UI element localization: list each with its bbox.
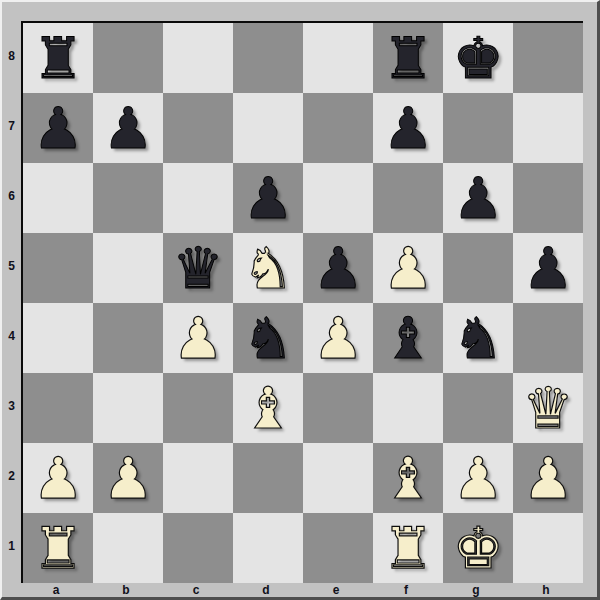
square-h1[interactable]	[513, 513, 583, 583]
piece-black-pawn-b7[interactable]: ♟	[93, 93, 163, 163]
square-c5[interactable]: ♛	[163, 233, 233, 303]
square-a7[interactable]: ♟	[23, 93, 93, 163]
file-label-c: c	[161, 582, 231, 598]
square-f4[interactable]: ♝	[373, 303, 443, 373]
square-e3[interactable]	[303, 373, 373, 443]
square-f7[interactable]: ♟	[373, 93, 443, 163]
piece-black-bishop-f4[interactable]: ♝	[373, 303, 443, 373]
square-f3[interactable]	[373, 373, 443, 443]
piece-black-pawn-g6[interactable]: ♟	[443, 163, 513, 233]
square-g1[interactable]: ♚	[443, 513, 513, 583]
square-d2[interactable]	[233, 443, 303, 513]
square-a3[interactable]	[23, 373, 93, 443]
piece-black-king-g8[interactable]: ♚	[443, 23, 513, 93]
square-c8[interactable]	[163, 23, 233, 93]
square-c4[interactable]: ♟	[163, 303, 233, 373]
square-c2[interactable]	[163, 443, 233, 513]
chess-board: ♜♜♚♟♟♟♟♟♛♞♟♟♟♟♞♟♝♞♝♛♟♟♝♟♟♜♜♚	[21, 21, 583, 583]
square-a1[interactable]: ♜	[23, 513, 93, 583]
piece-black-queen-c5[interactable]: ♛	[163, 233, 233, 303]
file-label-f: f	[371, 582, 441, 598]
square-b4[interactable]	[93, 303, 163, 373]
file-label-b: b	[91, 582, 161, 598]
square-h3[interactable]: ♛	[513, 373, 583, 443]
rank-label-1: 1	[3, 511, 20, 581]
square-f5[interactable]: ♟	[373, 233, 443, 303]
square-a4[interactable]	[23, 303, 93, 373]
piece-black-rook-a8[interactable]: ♜	[23, 23, 93, 93]
square-h6[interactable]	[513, 163, 583, 233]
square-d1[interactable]	[233, 513, 303, 583]
rank-label-3: 3	[3, 371, 20, 441]
square-g3[interactable]	[443, 373, 513, 443]
file-label-g: g	[441, 582, 511, 598]
piece-white-pawn-a2[interactable]: ♟	[23, 443, 93, 513]
square-e6[interactable]	[303, 163, 373, 233]
square-f8[interactable]: ♜	[373, 23, 443, 93]
square-d8[interactable]	[233, 23, 303, 93]
square-c7[interactable]	[163, 93, 233, 163]
rank-label-8: 8	[3, 21, 20, 91]
square-d5[interactable]: ♞	[233, 233, 303, 303]
square-f2[interactable]: ♝	[373, 443, 443, 513]
square-a2[interactable]: ♟	[23, 443, 93, 513]
square-d6[interactable]: ♟	[233, 163, 303, 233]
piece-white-bishop-f2[interactable]: ♝	[373, 443, 443, 513]
piece-white-pawn-h2[interactable]: ♟	[513, 443, 583, 513]
file-label-a: a	[21, 582, 91, 598]
square-b1[interactable]	[93, 513, 163, 583]
square-a8[interactable]: ♜	[23, 23, 93, 93]
square-e7[interactable]	[303, 93, 373, 163]
square-h2[interactable]: ♟	[513, 443, 583, 513]
square-g7[interactable]	[443, 93, 513, 163]
rank-label-5: 5	[3, 231, 20, 301]
file-label-d: d	[231, 582, 301, 598]
square-d4[interactable]: ♞	[233, 303, 303, 373]
piece-black-knight-g4[interactable]: ♞	[443, 303, 513, 373]
square-h5[interactable]: ♟	[513, 233, 583, 303]
square-h8[interactable]	[513, 23, 583, 93]
square-b7[interactable]: ♟	[93, 93, 163, 163]
square-a6[interactable]	[23, 163, 93, 233]
piece-white-pawn-e4[interactable]: ♟	[303, 303, 373, 373]
square-e4[interactable]: ♟	[303, 303, 373, 373]
piece-white-pawn-c4[interactable]: ♟	[163, 303, 233, 373]
piece-white-king-g1[interactable]: ♚	[443, 513, 513, 583]
square-e1[interactable]	[303, 513, 373, 583]
piece-white-knight-d5[interactable]: ♞	[233, 233, 303, 303]
square-c1[interactable]	[163, 513, 233, 583]
file-label-h: h	[511, 582, 581, 598]
square-e8[interactable]	[303, 23, 373, 93]
square-h4[interactable]	[513, 303, 583, 373]
rank-label-7: 7	[3, 91, 20, 161]
square-g4[interactable]: ♞	[443, 303, 513, 373]
piece-black-pawn-f7[interactable]: ♟	[373, 93, 443, 163]
piece-black-knight-d4[interactable]: ♞	[233, 303, 303, 373]
rank-label-6: 6	[3, 161, 20, 231]
piece-black-pawn-a7[interactable]: ♟	[23, 93, 93, 163]
square-e5[interactable]: ♟	[303, 233, 373, 303]
square-e2[interactable]	[303, 443, 373, 513]
board-frame: ♜♜♚♟♟♟♟♟♛♞♟♟♟♟♞♟♝♞♝♛♟♟♝♟♟♜♜♚ 87654321 ab…	[0, 0, 600, 600]
square-h7[interactable]	[513, 93, 583, 163]
square-d3[interactable]: ♝	[233, 373, 303, 443]
piece-black-pawn-d6[interactable]: ♟	[233, 163, 303, 233]
square-b6[interactable]	[93, 163, 163, 233]
square-d7[interactable]	[233, 93, 303, 163]
square-a5[interactable]	[23, 233, 93, 303]
piece-black-rook-f8[interactable]: ♜	[373, 23, 443, 93]
square-g6[interactable]: ♟	[443, 163, 513, 233]
square-c3[interactable]	[163, 373, 233, 443]
square-b5[interactable]	[93, 233, 163, 303]
file-label-e: e	[301, 582, 371, 598]
square-g5[interactable]	[443, 233, 513, 303]
square-b8[interactable]	[93, 23, 163, 93]
square-f6[interactable]	[373, 163, 443, 233]
square-b2[interactable]: ♟	[93, 443, 163, 513]
piece-white-rook-f1[interactable]: ♜	[373, 513, 443, 583]
square-b3[interactable]	[93, 373, 163, 443]
piece-white-pawn-g2[interactable]: ♟	[443, 443, 513, 513]
piece-white-rook-a1[interactable]: ♜	[23, 513, 93, 583]
rank-label-4: 4	[3, 301, 20, 371]
piece-white-bishop-d3[interactable]: ♝	[233, 373, 303, 443]
piece-white-pawn-b2[interactable]: ♟	[93, 443, 163, 513]
rank-label-2: 2	[3, 441, 20, 511]
square-c6[interactable]	[163, 163, 233, 233]
piece-white-pawn-f5[interactable]: ♟	[373, 233, 443, 303]
square-g8[interactable]: ♚	[443, 23, 513, 93]
square-g2[interactable]: ♟	[443, 443, 513, 513]
square-f1[interactable]: ♜	[373, 513, 443, 583]
piece-black-pawn-e5[interactable]: ♟	[303, 233, 373, 303]
piece-black-pawn-h5[interactable]: ♟	[513, 233, 583, 303]
piece-white-queen-h3[interactable]: ♛	[513, 373, 583, 443]
